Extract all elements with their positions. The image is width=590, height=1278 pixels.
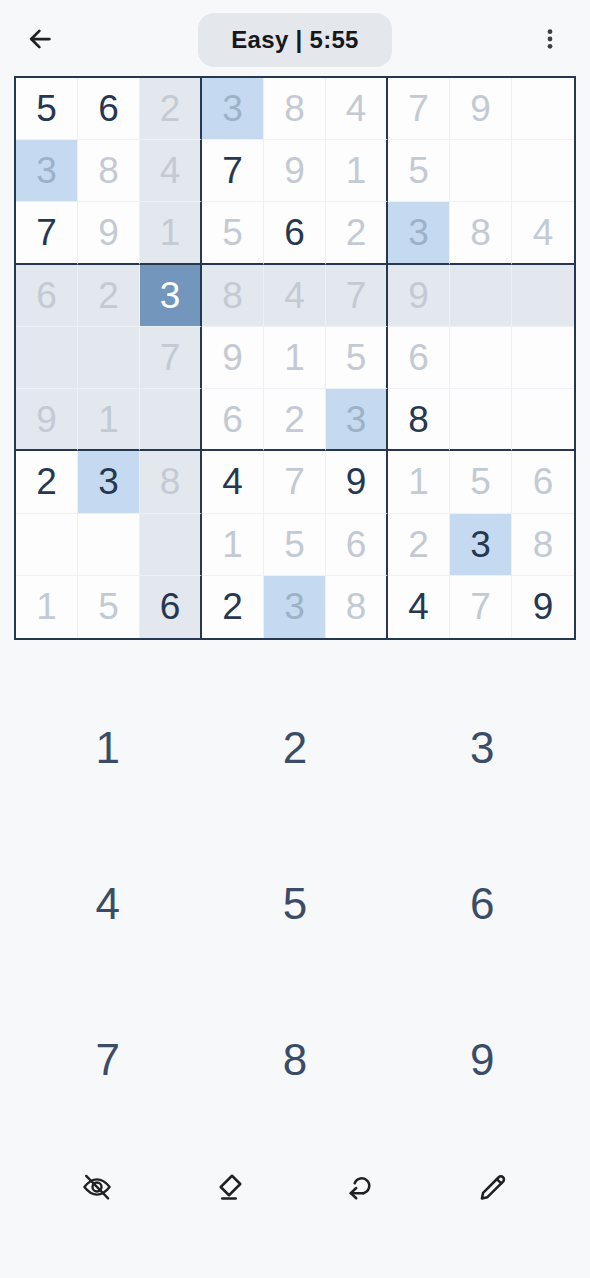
cell-r4c4[interactable]: 8	[202, 265, 264, 327]
cell-r4c5[interactable]: 4	[264, 265, 326, 327]
cell-r8c8[interactable]: 3	[450, 514, 512, 576]
cell-r5c2[interactable]	[78, 327, 140, 389]
cell-r8c4[interactable]: 1	[202, 514, 264, 576]
cell-r3c5[interactable]: 6	[264, 202, 326, 264]
cell-r3c7[interactable]: 3	[388, 202, 450, 264]
cell-r2c6[interactable]: 1	[326, 140, 388, 202]
cell-r5c3[interactable]: 7	[140, 327, 202, 389]
pencil-icon	[475, 1169, 511, 1208]
cell-r8c5[interactable]: 5	[264, 514, 326, 576]
undo-icon	[343, 1169, 379, 1208]
cell-r5c5[interactable]: 1	[264, 327, 326, 389]
sudoku-app: Easy | 5:55 5623847938479157915623846238…	[0, 0, 590, 1278]
cell-r4c7[interactable]: 9	[388, 265, 450, 327]
game-status-pill: Easy | 5:55	[198, 13, 392, 67]
undo-button[interactable]	[339, 1166, 383, 1210]
cell-r9c9[interactable]: 9	[512, 576, 574, 638]
cell-r9c7[interactable]: 4	[388, 576, 450, 638]
cell-r3c9[interactable]: 4	[512, 202, 574, 264]
cell-r6c6[interactable]: 3	[326, 389, 388, 451]
cell-r7c6[interactable]: 9	[326, 451, 388, 513]
cell-r3c8[interactable]: 8	[450, 202, 512, 264]
cell-r5c1[interactable]	[16, 327, 78, 389]
kebab-menu-icon	[537, 26, 563, 55]
cell-r2c2[interactable]: 8	[78, 140, 140, 202]
cell-r1c5[interactable]: 8	[264, 78, 326, 140]
cell-r6c4[interactable]: 6	[202, 389, 264, 451]
cell-r1c4[interactable]: 3	[202, 78, 264, 140]
cell-r4c2[interactable]: 2	[78, 265, 140, 327]
cell-r9c6[interactable]: 8	[326, 576, 388, 638]
cell-r8c1[interactable]	[16, 514, 78, 576]
cell-r7c4[interactable]: 4	[202, 451, 264, 513]
numpad-key-5[interactable]: 5	[201, 826, 388, 982]
cell-r7c2[interactable]: 3	[78, 451, 140, 513]
cell-r9c1[interactable]: 1	[16, 576, 78, 638]
cell-r1c7[interactable]: 7	[388, 78, 450, 140]
numpad-key-3[interactable]: 3	[389, 670, 576, 826]
bottom-toolbar	[0, 1144, 590, 1232]
cell-r1c1[interactable]: 5	[16, 78, 78, 140]
numpad-key-7[interactable]: 7	[14, 982, 201, 1138]
cell-r4c9[interactable]	[512, 265, 574, 327]
numpad-key-8[interactable]: 8	[201, 982, 388, 1138]
cell-r5c4[interactable]: 9	[202, 327, 264, 389]
cell-r6c3[interactable]	[140, 389, 202, 451]
cell-r9c2[interactable]: 5	[78, 576, 140, 638]
cell-r2c1[interactable]: 3	[16, 140, 78, 202]
cell-r5c7[interactable]: 6	[388, 327, 450, 389]
cell-r1c3[interactable]: 2	[140, 78, 202, 140]
hint-visibility-button[interactable]	[75, 1166, 119, 1210]
top-bar: Easy | 5:55	[0, 0, 590, 76]
numpad-key-6[interactable]: 6	[389, 826, 576, 982]
eraser-icon	[211, 1169, 247, 1208]
cell-r4c8[interactable]	[450, 265, 512, 327]
cell-r3c3[interactable]: 1	[140, 202, 202, 264]
back-arrow-icon	[25, 24, 55, 57]
notes-button[interactable]	[471, 1166, 515, 1210]
cell-r9c4[interactable]: 2	[202, 576, 264, 638]
cell-r8c7[interactable]: 2	[388, 514, 450, 576]
cell-r2c4[interactable]: 7	[202, 140, 264, 202]
numpad-key-2[interactable]: 2	[201, 670, 388, 826]
cell-r7c8[interactable]: 5	[450, 451, 512, 513]
cell-r9c3[interactable]: 6	[140, 576, 202, 638]
cell-r9c5[interactable]: 3	[264, 576, 326, 638]
numpad-key-1[interactable]: 1	[14, 670, 201, 826]
cell-r1c2[interactable]: 6	[78, 78, 140, 140]
cell-r6c8[interactable]	[450, 389, 512, 451]
cell-r5c9[interactable]	[512, 327, 574, 389]
cell-r5c8[interactable]	[450, 327, 512, 389]
cell-r2c5[interactable]: 9	[264, 140, 326, 202]
cell-r1c8[interactable]: 9	[450, 78, 512, 140]
cell-r8c3[interactable]	[140, 514, 202, 576]
numpad-key-9[interactable]: 9	[389, 982, 576, 1138]
cell-r2c7[interactable]: 5	[388, 140, 450, 202]
number-pad: 123456789	[0, 670, 590, 1138]
cell-r2c9[interactable]	[512, 140, 574, 202]
visibility-off-icon	[79, 1169, 115, 1208]
difficulty-and-timer: Easy | 5:55	[231, 26, 358, 54]
cell-r8c2[interactable]	[78, 514, 140, 576]
back-button[interactable]	[14, 14, 66, 66]
erase-button[interactable]	[207, 1166, 251, 1210]
cell-r4c1[interactable]: 6	[16, 265, 78, 327]
sudoku-board: 5623847938479157915623846238479791569162…	[14, 76, 576, 640]
cell-r7c5[interactable]: 7	[264, 451, 326, 513]
cell-r2c3[interactable]: 4	[140, 140, 202, 202]
menu-button[interactable]	[524, 14, 576, 66]
cell-r7c7[interactable]: 1	[388, 451, 450, 513]
cell-r1c9[interactable]	[512, 78, 574, 140]
cell-r6c9[interactable]	[512, 389, 574, 451]
cell-r3c4[interactable]: 5	[202, 202, 264, 264]
cell-r8c6[interactable]: 6	[326, 514, 388, 576]
cell-r7c9[interactable]: 6	[512, 451, 574, 513]
cell-r9c8[interactable]: 7	[450, 576, 512, 638]
cell-r3c6[interactable]: 2	[326, 202, 388, 264]
cell-r6c7[interactable]: 8	[388, 389, 450, 451]
cell-r6c5[interactable]: 2	[264, 389, 326, 451]
cell-r8c9[interactable]: 8	[512, 514, 574, 576]
cell-r4c3[interactable]: 3	[140, 265, 202, 327]
cell-r2c8[interactable]	[450, 140, 512, 202]
cell-r4c6[interactable]: 7	[326, 265, 388, 327]
cell-r7c1[interactable]: 2	[16, 451, 78, 513]
cell-r6c2[interactable]: 1	[78, 389, 140, 451]
cell-r6c1[interactable]: 9	[16, 389, 78, 451]
cell-r5c6[interactable]: 5	[326, 327, 388, 389]
cell-r7c3[interactable]: 8	[140, 451, 202, 513]
numpad-key-4[interactable]: 4	[14, 826, 201, 982]
cell-r3c1[interactable]: 7	[16, 202, 78, 264]
cell-r3c2[interactable]: 9	[78, 202, 140, 264]
cell-r1c6[interactable]: 4	[326, 78, 388, 140]
